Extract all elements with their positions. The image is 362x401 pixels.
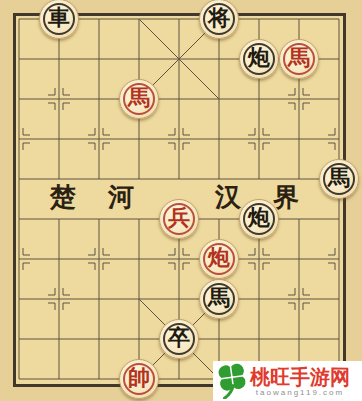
piece-glyph: 兵 bbox=[168, 207, 190, 229]
piece-glyph: 馬 bbox=[328, 167, 350, 189]
piece-glyph: 炮 bbox=[208, 247, 230, 269]
piece-black-chariot[interactable]: 車 bbox=[39, 0, 79, 39]
piece-glyph: 帥 bbox=[128, 367, 150, 389]
piece-glyph: 馬 bbox=[288, 47, 310, 69]
piece-red-horse[interactable]: 馬 bbox=[279, 39, 319, 79]
piece-glyph: 馬 bbox=[208, 287, 230, 309]
piece-glyph: 卒 bbox=[168, 327, 190, 349]
river-label-char: 界 bbox=[273, 185, 299, 211]
river-label-char: 楚 bbox=[50, 185, 76, 211]
clover-logo-icon bbox=[216, 363, 248, 399]
piece-red-horse[interactable]: 馬 bbox=[119, 79, 159, 119]
piece-glyph: 将 bbox=[208, 7, 230, 29]
piece-red-soldier[interactable]: 兵 bbox=[159, 199, 199, 239]
piece-black-soldier[interactable]: 卒 bbox=[159, 319, 199, 359]
piece-red-cannon[interactable]: 炮 bbox=[199, 239, 239, 279]
screenshot-root: 楚河汉界 車将炮馬馬馬兵炮炮馬卒帥 桃旺手游网 taowang119.com bbox=[0, 0, 362, 401]
piece-glyph: 馬 bbox=[128, 87, 150, 109]
watermark-text: 桃旺手游网 taowang119.com bbox=[250, 366, 350, 397]
watermark-site-name: 桃旺手游网 bbox=[250, 366, 350, 388]
piece-black-cannon[interactable]: 炮 bbox=[239, 39, 279, 79]
piece-black-cannon[interactable]: 炮 bbox=[239, 199, 279, 239]
river-label-char: 河 bbox=[108, 185, 134, 211]
piece-black-horse[interactable]: 馬 bbox=[199, 279, 239, 319]
watermark-badge: 桃旺手游网 taowang119.com bbox=[213, 361, 362, 401]
piece-black-general[interactable]: 将 bbox=[199, 0, 239, 39]
piece-glyph: 炮 bbox=[248, 207, 270, 229]
piece-glyph: 炮 bbox=[248, 47, 270, 69]
piece-glyph: 車 bbox=[48, 7, 70, 29]
watermark-site-url: taowang119.com bbox=[256, 389, 344, 397]
piece-black-horse[interactable]: 馬 bbox=[319, 159, 359, 199]
piece-red-general[interactable]: 帥 bbox=[119, 359, 159, 399]
river-label-char: 汉 bbox=[215, 185, 241, 211]
